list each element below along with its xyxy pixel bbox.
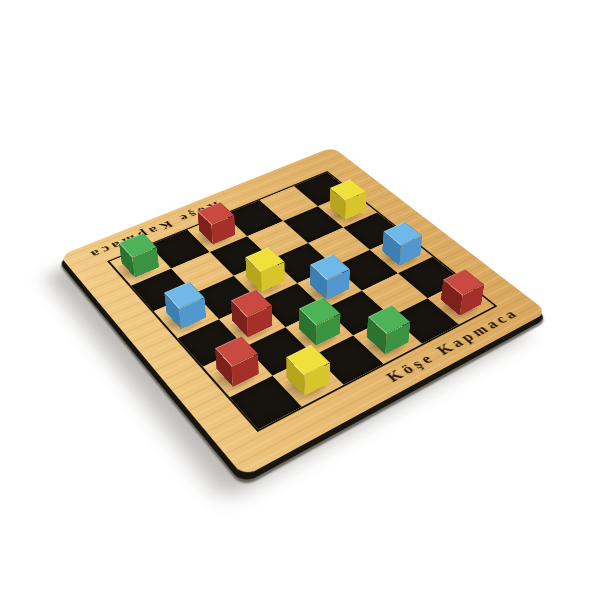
game-board: Köşe Kapmaca Köşe Kapmaca xyxy=(60,147,548,477)
scene: Köşe Kapmaca Köşe Kapmaca xyxy=(0,0,600,600)
